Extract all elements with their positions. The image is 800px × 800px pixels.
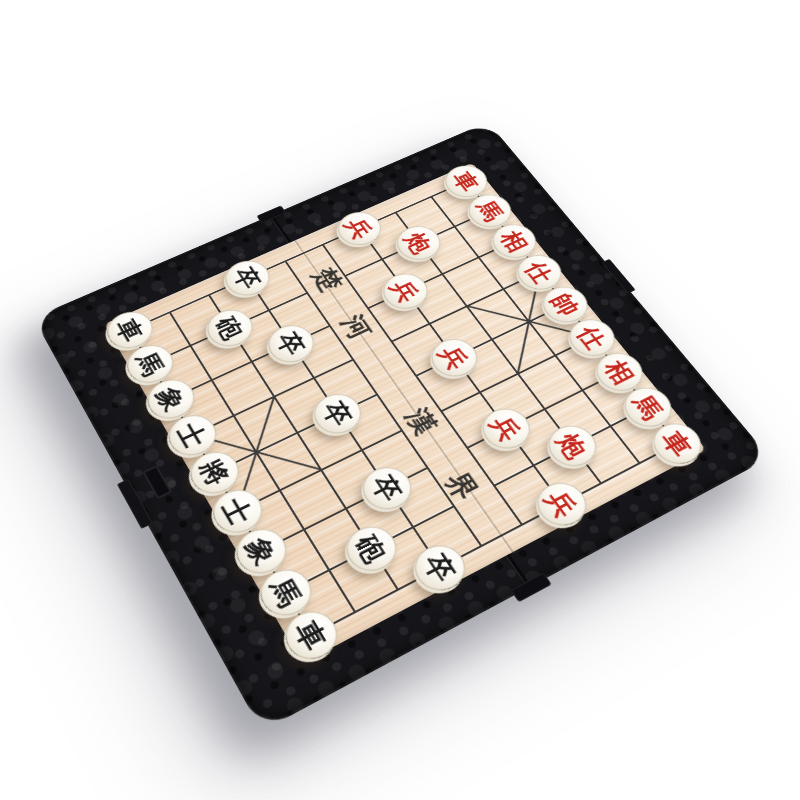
hinge-tab-right [511,573,552,603]
board-frame: 楚河漢界車馬相仕帥仕相馬車炮炮兵兵兵兵兵卒卒卒卒卒砲砲車馬象士將士象馬車 [33,122,770,731]
clasp-slot [143,465,172,498]
clasp-top[interactable] [602,259,636,294]
xiangqi-piece-black[interactable]: 卒 [354,460,420,517]
xiangqi-piece-red[interactable]: 兵 [474,402,539,456]
board-paper: 楚河漢界車馬相仕帥仕相馬車炮炮兵兵兵兵兵卒卒卒卒卒砲砲車馬象士將士象馬車 [104,163,706,664]
xiangqi-piece-red[interactable]: 兵 [375,267,435,315]
board-grid: 楚河漢界車馬相仕帥仕相馬車炮炮兵兵兵兵兵卒卒卒卒卒砲砲車馬象士將士象馬車 [130,181,677,635]
xiangqi-piece-red[interactable]: 炮 [540,419,606,474]
xiangqi-board: 楚河漢界車馬相仕帥仕相馬車炮炮兵兵兵兵兵卒卒卒卒卒砲砲車馬象士將士象馬車 [33,122,770,731]
xiangqi-piece-black[interactable]: 卒 [218,255,277,302]
xiangqi-piece-red[interactable]: 炮 [389,220,448,266]
photo-canvas: 楚河漢界車馬相仕帥仕相馬車炮炮兵兵兵兵兵卒卒卒卒卒砲砲車馬象士將士象馬車 [0,0,800,800]
xiangqi-piece-black[interactable]: 卒 [406,538,474,599]
xiangqi-piece-black[interactable]: 砲 [200,303,260,352]
xiangqi-piece-red[interactable]: 兵 [423,332,485,383]
river-inscription-char: 楚 [306,262,350,297]
xiangqi-piece-red[interactable]: 兵 [330,206,388,251]
xiangqi-piece-black[interactable]: 卒 [306,387,369,440]
xiangqi-piece-red[interactable]: 兵 [528,475,595,533]
hinge-tab-left [256,205,286,223]
xiangqi-piece-black[interactable]: 卒 [261,319,322,369]
xiangqi-piece-black[interactable]: 砲 [338,519,405,579]
clasp-bottom[interactable] [117,479,153,529]
river-inscription-char: 界 [438,465,487,507]
